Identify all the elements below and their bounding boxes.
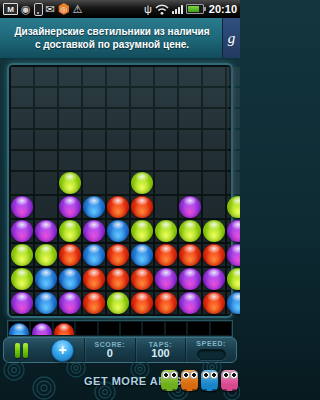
mascot-eyes (161, 371, 178, 379)
board-cell (107, 292, 129, 314)
board-cell (227, 151, 240, 170)
speed-section: SPEED: (185, 338, 236, 362)
google-ads-badge[interactable]: g (222, 18, 240, 58)
board-cell (203, 172, 225, 194)
board-cell (107, 151, 129, 170)
board-cell (11, 196, 33, 218)
ball-blue[interactable] (83, 244, 105, 266)
board-cell (131, 268, 153, 290)
board-cell (131, 172, 153, 194)
board-cell (107, 268, 129, 290)
board-cell (11, 67, 33, 86)
board-cell (155, 67, 177, 86)
ball-red[interactable] (155, 244, 177, 266)
ball-blue[interactable] (59, 268, 81, 290)
board-cell (179, 172, 201, 194)
board-cell (227, 130, 240, 149)
board-cell (11, 109, 33, 128)
ball-purple[interactable] (11, 292, 33, 314)
preview-ball-blue (9, 323, 29, 335)
board-cell (227, 67, 240, 86)
control-bar: + SCORE: 0 TAPS: 100 SPEED: (3, 337, 237, 363)
board-cell (155, 88, 177, 107)
speed-gauge (197, 349, 226, 360)
preview-cell (143, 322, 163, 335)
board-cell (35, 196, 57, 218)
board-cell (83, 130, 105, 149)
board-cell (131, 151, 153, 170)
board-cell (11, 268, 33, 290)
mascot-pink[interactable] (221, 370, 238, 391)
board-cell (179, 220, 201, 242)
preview-cell (99, 322, 119, 335)
board-cell (131, 244, 153, 266)
board-cell (155, 196, 177, 218)
board-cell (179, 67, 201, 86)
board-cell (35, 88, 57, 107)
mascot-green[interactable] (161, 370, 178, 391)
board-cell (107, 130, 129, 149)
board-cell (179, 130, 201, 149)
board-cell (179, 88, 201, 107)
mascot-feet (161, 389, 178, 392)
board-cell (131, 196, 153, 218)
board-cell (227, 109, 240, 128)
board-cell (179, 268, 201, 290)
ball-purple[interactable] (203, 268, 225, 290)
board-cell (107, 196, 129, 218)
warning-icon: ⚠ (73, 4, 83, 15)
board-cell (59, 196, 81, 218)
board-cell (83, 172, 105, 194)
ball-green[interactable] (11, 268, 33, 290)
board-cell (59, 67, 81, 86)
board-cell (203, 244, 225, 266)
board-cell (35, 244, 57, 266)
ball-green[interactable] (107, 292, 129, 314)
add-row-button[interactable]: + (51, 339, 74, 362)
board-cell (179, 292, 201, 314)
ball-purple[interactable] (179, 268, 201, 290)
preview-cell (54, 322, 74, 335)
board-cell (83, 196, 105, 218)
board-cell (83, 151, 105, 170)
board-cell (35, 67, 57, 86)
ball-purple[interactable] (11, 196, 33, 218)
board-grid (11, 67, 229, 314)
board-cell (83, 67, 105, 86)
board-cell (155, 172, 177, 194)
board-cell (203, 268, 225, 290)
board-cell (179, 244, 201, 266)
board-cell (83, 88, 105, 107)
mascot-feet (201, 389, 218, 392)
ball-green[interactable] (59, 172, 81, 194)
clock-time: 20:10 (209, 3, 237, 15)
score-section: SCORE: 0 (84, 338, 135, 362)
speed-label: SPEED: (196, 340, 226, 347)
board-cell (203, 220, 225, 242)
preview-cell (188, 322, 208, 335)
board-cell (35, 220, 57, 242)
ball-purple[interactable] (59, 196, 81, 218)
sync-icon: ◉ (21, 4, 31, 15)
ball-red[interactable] (155, 292, 177, 314)
board-cell (203, 151, 225, 170)
board-cell (83, 268, 105, 290)
ball-purple[interactable] (11, 220, 33, 242)
board-cell (107, 67, 129, 86)
board-cell (35, 151, 57, 170)
ball-green[interactable] (155, 220, 177, 242)
footer: GET MORE APPS (0, 362, 240, 400)
preview-cell (9, 322, 29, 335)
ball-purple[interactable] (59, 292, 81, 314)
ball-red[interactable] (107, 268, 129, 290)
board-cell (131, 292, 153, 314)
board-cell (155, 151, 177, 170)
board-cell (35, 292, 57, 314)
board-cell (203, 292, 225, 314)
ball-red[interactable] (203, 292, 225, 314)
board-cell (131, 130, 153, 149)
gmail-icon: M (3, 3, 18, 15)
mascot-orange[interactable] (181, 370, 198, 391)
ball-purple[interactable] (227, 244, 240, 266)
ball-purple[interactable] (155, 268, 177, 290)
board-cell (59, 268, 81, 290)
board-cell (83, 244, 105, 266)
mascot-eyes (181, 371, 198, 379)
board-cell (203, 67, 225, 86)
ball-blue[interactable] (35, 292, 57, 314)
message-icon: ✉ (46, 4, 55, 15)
ball-blue[interactable] (35, 268, 57, 290)
ball-green[interactable] (131, 172, 153, 194)
taps-value: 100 (151, 348, 169, 359)
mascot-blue[interactable] (201, 370, 218, 391)
board-cell (59, 130, 81, 149)
board-cell (59, 151, 81, 170)
board-cell (227, 268, 240, 290)
ball-red[interactable] (131, 268, 153, 290)
board-cell (83, 109, 105, 128)
taps-section: TAPS: 100 (135, 338, 186, 362)
board-cell (227, 172, 240, 194)
next-row-preview (7, 320, 233, 337)
ball-purple[interactable] (83, 220, 105, 242)
ball-red[interactable] (179, 244, 201, 266)
board-cell (107, 172, 129, 194)
ball-red[interactable] (107, 196, 129, 218)
preview-cell (31, 322, 51, 335)
board-cell (203, 88, 225, 107)
board-cell (59, 88, 81, 107)
board-cell (227, 244, 240, 266)
board-cell (107, 244, 129, 266)
ad-text: Дизайнерские светильники из наличия с до… (0, 18, 224, 58)
board-cell (203, 196, 225, 218)
board-cell (59, 220, 81, 242)
board-cell (35, 172, 57, 194)
game-board (7, 63, 233, 318)
mascot-feet (221, 389, 238, 392)
ball-red[interactable] (131, 196, 153, 218)
signal-icon (172, 4, 183, 14)
ball-purple[interactable] (179, 292, 201, 314)
board-cell (203, 130, 225, 149)
ad-banner[interactable]: Дизайнерские светильники из наличия с до… (0, 18, 240, 59)
board-cell (227, 292, 240, 314)
board-cell (83, 220, 105, 242)
ball-green[interactable] (203, 220, 225, 242)
board-cell (11, 244, 33, 266)
board-cell (59, 109, 81, 128)
ball-blue[interactable] (107, 220, 129, 242)
mascot-eyes (221, 371, 238, 379)
ball-purple[interactable] (35, 220, 57, 242)
ball-blue[interactable] (227, 292, 240, 314)
board-cell (131, 88, 153, 107)
ball-green[interactable] (11, 244, 33, 266)
board-cell (155, 244, 177, 266)
ball-green[interactable] (131, 220, 153, 242)
board-cell (59, 172, 81, 194)
ad-line-2: с доставкой по разумной цене. (35, 38, 189, 51)
board-cell (131, 220, 153, 242)
ball-blue[interactable] (83, 196, 105, 218)
board-cell (59, 292, 81, 314)
preview-cell (76, 322, 96, 335)
ball-red[interactable] (59, 244, 81, 266)
preview-cell (211, 322, 231, 335)
ball-green[interactable] (179, 220, 201, 242)
ball-red[interactable] (203, 244, 225, 266)
board-cell (155, 220, 177, 242)
board-cell (35, 268, 57, 290)
board-cell (179, 109, 201, 128)
board-cell (11, 130, 33, 149)
board-cell (35, 130, 57, 149)
board-cell (11, 220, 33, 242)
ball-red[interactable] (131, 292, 153, 314)
ball-green[interactable] (35, 244, 57, 266)
mascots (161, 370, 238, 391)
board-cell (11, 292, 33, 314)
preview-cell (166, 322, 186, 335)
board-cell (227, 220, 240, 242)
mascot-eyes (201, 371, 218, 379)
board-cell (227, 196, 240, 218)
board-cell (107, 220, 129, 242)
board-cell (227, 88, 240, 107)
score-value: 0 (107, 348, 113, 359)
board-cell (131, 109, 153, 128)
ball-blue[interactable] (131, 244, 153, 266)
ball-green[interactable] (227, 268, 240, 290)
battery-icon (186, 4, 204, 14)
wifi-icon (155, 4, 169, 15)
board-cell (35, 109, 57, 128)
ad-line-1: Дизайнерские светильники из наличия (14, 25, 209, 38)
preview-ball-red (54, 323, 74, 335)
pause-button[interactable] (13, 341, 30, 360)
board-cell (155, 292, 177, 314)
ball-purple[interactable] (179, 196, 201, 218)
board-cell (11, 88, 33, 107)
board-cell (107, 109, 129, 128)
board-cell (83, 292, 105, 314)
board-cell (179, 196, 201, 218)
ball-red[interactable] (107, 244, 129, 266)
board-cell (203, 109, 225, 128)
board-cell (155, 130, 177, 149)
ball-red[interactable] (83, 268, 105, 290)
ball-purple[interactable] (227, 220, 240, 242)
board-cell (11, 172, 33, 194)
board-cell (11, 151, 33, 170)
board-cell (107, 88, 129, 107)
ball-red[interactable] (83, 292, 105, 314)
board-cell (131, 67, 153, 86)
preview-cell (121, 322, 141, 335)
board-cell (179, 151, 201, 170)
board-cell (155, 109, 177, 128)
usb-debug-icon (34, 3, 43, 16)
usb-icon: ψ (144, 4, 152, 15)
board-cell (59, 244, 81, 266)
ball-green[interactable] (227, 196, 240, 218)
status-bar: M ◉ ✉ ◎ ⚠ ψ 20:10 (0, 0, 240, 18)
hexagon-app-icon: ◎ (58, 3, 70, 15)
ball-green[interactable] (59, 220, 81, 242)
board-cell (155, 268, 177, 290)
preview-ball-purple (32, 323, 52, 335)
mascot-feet (181, 389, 198, 392)
